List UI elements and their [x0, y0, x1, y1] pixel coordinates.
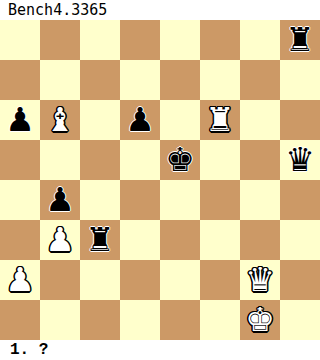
square-h2[interactable] [280, 260, 320, 300]
square-b7[interactable] [40, 60, 80, 100]
black-pawn-icon: ♟ [5, 100, 35, 140]
square-d2[interactable] [120, 260, 160, 300]
square-e2[interactable] [160, 260, 200, 300]
square-h1[interactable] [280, 300, 320, 340]
square-g4[interactable] [240, 180, 280, 220]
black-queen-icon: ♛ [285, 140, 315, 180]
white-pawn-icon: ♟ [45, 220, 75, 260]
black-pawn-icon: ♟ [125, 100, 155, 140]
white-king-icon: ♚ [245, 300, 275, 340]
black-pawn-icon: ♟ [45, 180, 75, 220]
square-b6[interactable]: ♝ [40, 100, 80, 140]
white-pawn-icon: ♟ [5, 260, 35, 300]
square-h7[interactable] [280, 60, 320, 100]
square-f5[interactable] [200, 140, 240, 180]
square-b3[interactable]: ♟ [40, 220, 80, 260]
square-e4[interactable] [160, 180, 200, 220]
square-e5[interactable]: ♚ [160, 140, 200, 180]
square-f2[interactable] [200, 260, 240, 300]
square-c8[interactable] [80, 20, 120, 60]
square-c4[interactable] [80, 180, 120, 220]
square-d5[interactable] [120, 140, 160, 180]
square-b8[interactable] [40, 20, 80, 60]
move-prompt: 1. ? [0, 340, 320, 360]
square-a4[interactable] [0, 180, 40, 220]
white-bishop-icon: ♝ [45, 100, 75, 140]
square-d1[interactable] [120, 300, 160, 340]
white-rook-icon: ♜ [205, 100, 235, 140]
chess-board: ♜♟♝♟♜♚♛♟♟♜♟♛♚ [0, 20, 320, 340]
square-c3[interactable]: ♜ [80, 220, 120, 260]
square-d8[interactable] [120, 20, 160, 60]
square-e8[interactable] [160, 20, 200, 60]
square-b2[interactable] [40, 260, 80, 300]
square-c7[interactable] [80, 60, 120, 100]
black-king-icon: ♚ [165, 140, 195, 180]
square-e6[interactable] [160, 100, 200, 140]
square-g7[interactable] [240, 60, 280, 100]
square-g6[interactable] [240, 100, 280, 140]
square-g8[interactable] [240, 20, 280, 60]
square-f1[interactable] [200, 300, 240, 340]
chess-diagram-window: Bench4.3365 ♜♟♝♟♜♚♛♟♟♜♟♛♚ 1. ? [0, 0, 320, 360]
square-e3[interactable] [160, 220, 200, 260]
square-f3[interactable] [200, 220, 240, 260]
square-a7[interactable] [0, 60, 40, 100]
square-d6[interactable]: ♟ [120, 100, 160, 140]
white-queen-icon: ♛ [245, 260, 275, 300]
square-g3[interactable] [240, 220, 280, 260]
square-a8[interactable] [0, 20, 40, 60]
square-d3[interactable] [120, 220, 160, 260]
square-b4[interactable]: ♟ [40, 180, 80, 220]
square-h8[interactable]: ♜ [280, 20, 320, 60]
square-e1[interactable] [160, 300, 200, 340]
square-b5[interactable] [40, 140, 80, 180]
square-a3[interactable] [0, 220, 40, 260]
square-f6[interactable]: ♜ [200, 100, 240, 140]
square-f4[interactable] [200, 180, 240, 220]
square-f8[interactable] [200, 20, 240, 60]
square-d7[interactable] [120, 60, 160, 100]
square-a1[interactable] [0, 300, 40, 340]
black-rook-icon: ♜ [285, 20, 315, 60]
position-title: Bench4.3365 [0, 0, 320, 20]
square-d4[interactable] [120, 180, 160, 220]
square-c5[interactable] [80, 140, 120, 180]
square-h3[interactable] [280, 220, 320, 260]
square-g1[interactable]: ♚ [240, 300, 280, 340]
square-a2[interactable]: ♟ [0, 260, 40, 300]
square-h5[interactable]: ♛ [280, 140, 320, 180]
square-f7[interactable] [200, 60, 240, 100]
square-h6[interactable] [280, 100, 320, 140]
square-c1[interactable] [80, 300, 120, 340]
square-b1[interactable] [40, 300, 80, 340]
black-rook-icon: ♜ [85, 220, 115, 260]
square-a5[interactable] [0, 140, 40, 180]
square-g2[interactable]: ♛ [240, 260, 280, 300]
square-h4[interactable] [280, 180, 320, 220]
square-g5[interactable] [240, 140, 280, 180]
square-e7[interactable] [160, 60, 200, 100]
square-a6[interactable]: ♟ [0, 100, 40, 140]
square-c2[interactable] [80, 260, 120, 300]
square-c6[interactable] [80, 100, 120, 140]
